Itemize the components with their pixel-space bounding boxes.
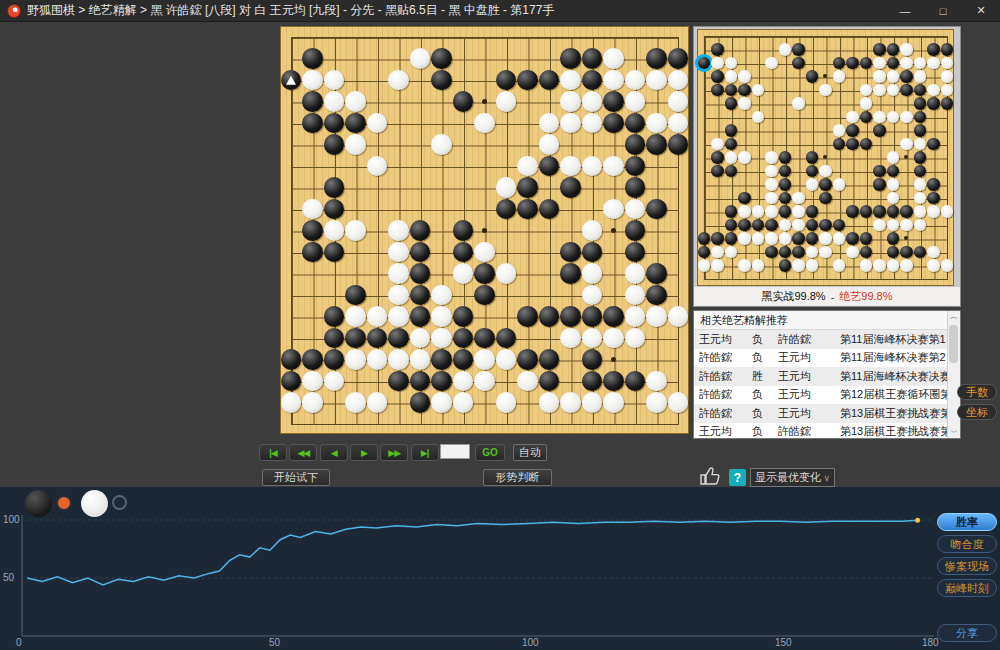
white-stone [752, 232, 765, 245]
black-stone [779, 259, 792, 272]
graph-tab-3[interactable]: 惨案现场 [937, 557, 997, 575]
white-stone [792, 205, 805, 218]
black-stone [625, 220, 646, 241]
white-stone [474, 371, 495, 392]
black-stone [846, 138, 859, 151]
black-stone [453, 91, 474, 112]
white-stone [431, 306, 452, 327]
white-stone [560, 156, 581, 177]
minimize-button[interactable]: — [886, 0, 924, 21]
position-judge-button[interactable]: 形势判断 [483, 469, 552, 486]
black-stone [725, 219, 738, 232]
game-p1: 許皓鋐 [694, 350, 752, 365]
black-stone [453, 328, 474, 349]
black-actual-winrate: 黑实战99.8% [761, 289, 825, 304]
auto-button[interactable]: 自动 [513, 444, 547, 461]
game-res: 负 [752, 350, 778, 365]
white-stone [887, 84, 900, 97]
black-stone [941, 97, 954, 110]
white-stone [860, 259, 873, 272]
black-stone [779, 165, 792, 178]
game-p1: 許皓鋐 [694, 406, 752, 421]
black-stone [806, 70, 819, 83]
game-ev: 第12届棋王赛循环圈第 [840, 387, 960, 402]
white-stone [453, 371, 474, 392]
black-stone [738, 219, 751, 232]
white-stone [698, 259, 711, 272]
black-stone [927, 178, 940, 191]
white-stone [474, 242, 495, 263]
black-stone [302, 113, 323, 134]
black-stone [625, 113, 646, 134]
window-title: 野狐围棋 > 绝艺精解 > 黑 许皓鋐 [八段] 对 白 王元均 [九段] - … [27, 2, 554, 19]
related-game-row[interactable]: 王元均负許皓鋐第13届棋王赛挑战赛第 [694, 423, 960, 440]
white-stone [367, 113, 388, 134]
white-stone [517, 371, 538, 392]
nav-forward-button[interactable]: ▶ [350, 444, 378, 461]
white-stone [927, 246, 940, 259]
black-stone [453, 306, 474, 327]
winrate-separator: - [831, 291, 835, 303]
white-stone [517, 156, 538, 177]
game-ev: 第13届棋王赛挑战赛第 [840, 406, 960, 421]
white-stone [431, 134, 452, 155]
dropdown-label: 显示最优变化 [755, 470, 821, 485]
white-stone [941, 205, 954, 218]
game-p1: 王元均 [694, 424, 752, 439]
help-button[interactable]: ? [729, 469, 746, 486]
black-stone [765, 219, 778, 232]
white-stone [887, 192, 900, 205]
black-stone [873, 178, 886, 191]
white-stone [819, 165, 832, 178]
black-stone [560, 306, 581, 327]
related-game-row[interactable]: 許皓鋐负王元均第11届海峰杯决赛第2 [694, 349, 960, 368]
black-stone [887, 43, 900, 56]
white-stone [725, 57, 738, 70]
analysis-go-board[interactable] [697, 29, 954, 286]
game-ev: 第13届棋王赛挑战赛第 [840, 424, 960, 439]
black-stone [410, 306, 431, 327]
black-stone [582, 306, 603, 327]
black-stone [927, 97, 940, 110]
black-stone [646, 263, 667, 284]
black-stone [410, 242, 431, 263]
y-axis-tick: 100 [3, 514, 20, 525]
white-stone [833, 259, 846, 272]
black-stone [324, 242, 345, 263]
black-stone [388, 371, 409, 392]
black-stone [725, 97, 738, 110]
white-stone [752, 111, 765, 124]
black-stone [806, 232, 819, 245]
black-turn-dot [56, 495, 72, 511]
black-stone [846, 124, 859, 137]
white-stone [646, 371, 667, 392]
black-stone [302, 48, 323, 69]
white-stone [738, 151, 751, 164]
black-stone [603, 91, 624, 112]
black-stone [281, 70, 302, 91]
black-stone [792, 43, 805, 56]
scroll-up-icon[interactable]: ︿ [950, 311, 958, 322]
winrate-graph-panel: 177 - 99.8% 05010015018010050 胜率吻合度惨案现场巅… [0, 487, 1000, 650]
black-stone [860, 232, 873, 245]
game-p1: 許皓鋐 [694, 369, 752, 384]
related-game-row[interactable]: 許皓鋐负王元均第12届棋王赛循环圈第 [694, 386, 960, 405]
white-stone [388, 349, 409, 370]
black-stone [887, 165, 900, 178]
nav-fast-back-button[interactable]: ◀◀ [289, 444, 317, 461]
black-stone [725, 138, 738, 151]
related-games-list: 王元均负許皓鋐第11届海峰杯决赛第1許皓鋐负王元均第11届海峰杯决赛第2許皓鋐胜… [694, 330, 960, 439]
black-stone [431, 349, 452, 370]
related-game-row[interactable]: 許皓鋐负王元均第13届棋王赛挑战赛第 [694, 404, 960, 423]
black-stone [560, 263, 581, 284]
app-window: 野狐围棋 > 绝艺精解 > 黑 许皓鋐 [八段] 对 白 王元均 [九段] - … [0, 0, 1000, 650]
white-stone [914, 219, 927, 232]
white-stone [900, 219, 913, 232]
black-stone [860, 205, 873, 218]
white-stone [496, 177, 517, 198]
nav-fast-forward-button[interactable]: ▶▶ [380, 444, 408, 461]
black-stone [324, 349, 345, 370]
white-stone [887, 178, 900, 191]
scroll-down-icon[interactable]: ﹀ [950, 427, 958, 438]
black-stone [324, 134, 345, 155]
black-stone [914, 246, 927, 259]
white-stone [819, 232, 832, 245]
black-stone [846, 57, 859, 70]
white-stone [738, 70, 751, 83]
black-stone [410, 220, 431, 241]
game-res: 负 [752, 332, 778, 347]
black-stone [725, 124, 738, 137]
black-stone [887, 57, 900, 70]
white-stone [738, 232, 751, 245]
black-stone [539, 306, 560, 327]
black-stone [860, 111, 873, 124]
game-p2: 許皓鋐 [778, 332, 840, 347]
go-button[interactable]: GO [475, 444, 505, 461]
maximize-button[interactable]: □ [924, 0, 962, 21]
white-stone [388, 220, 409, 241]
black-stone [560, 48, 581, 69]
black-stone [625, 134, 646, 155]
black-stone [779, 178, 792, 191]
black-stone [860, 138, 873, 151]
white-stone [887, 151, 900, 164]
black-stone [517, 199, 538, 220]
white-stone [646, 113, 667, 134]
black-stone [698, 232, 711, 245]
white-stone [388, 70, 409, 91]
white-stone [410, 328, 431, 349]
white-stone [873, 259, 886, 272]
white-stone [914, 138, 927, 151]
white-stone [496, 263, 517, 284]
fox-logo-icon [7, 4, 21, 18]
white-stone [625, 263, 646, 284]
black-stone [792, 232, 805, 245]
white-stone [792, 219, 805, 232]
black-stone [668, 134, 689, 155]
game-res: 负 [752, 424, 778, 439]
white-stone [819, 246, 832, 259]
x-axis-tick: 0 [16, 637, 22, 648]
black-stone [646, 199, 667, 220]
black-stone [806, 219, 819, 232]
black-stone [496, 199, 517, 220]
white-stone [873, 219, 886, 232]
black-stone [582, 242, 603, 263]
white-stone [711, 138, 724, 151]
black-stone [582, 70, 603, 91]
white-stone [725, 70, 738, 83]
black-stone [539, 371, 560, 392]
black-stone [792, 246, 805, 259]
white-stone [388, 285, 409, 306]
black-stone [765, 246, 778, 259]
white-stone [833, 232, 846, 245]
white-stone [302, 70, 323, 91]
white-stone [900, 138, 913, 151]
close-button[interactable]: ✕ [962, 0, 1000, 21]
white-stone [324, 371, 345, 392]
white-stone [806, 246, 819, 259]
white-turn-dot [112, 495, 127, 510]
star-point [611, 228, 616, 233]
black-stone [887, 246, 900, 259]
white-stone [453, 392, 474, 413]
white-stone [887, 70, 900, 83]
graph-tab-1[interactable]: 胜率 [937, 513, 997, 531]
black-stone [779, 192, 792, 205]
black-stone [646, 48, 667, 69]
black-stone [517, 177, 538, 198]
black-stone [846, 232, 859, 245]
black-stone [625, 371, 646, 392]
white-stone [792, 259, 805, 272]
white-stone [941, 84, 954, 97]
white-stone [582, 220, 603, 241]
black-stone [496, 328, 517, 349]
nav-to-end-button[interactable]: ▶| [411, 444, 439, 461]
star-point [482, 99, 487, 104]
white-stone [345, 91, 366, 112]
black-stone [887, 232, 900, 245]
white-stone [668, 306, 689, 327]
game-res: 胜 [752, 369, 778, 384]
white-stone [887, 219, 900, 232]
graph-tab-4[interactable]: 巅峰时刻 [937, 579, 997, 597]
white-stone [324, 220, 345, 241]
white-stone [860, 97, 873, 110]
white-stone [367, 156, 388, 177]
white-stone [819, 84, 832, 97]
main-go-board[interactable] [280, 26, 689, 434]
related-games-panel: 相关绝艺精解推荐 王元均负許皓鋐第11届海峰杯决赛第1許皓鋐负王元均第11届海峰… [693, 310, 961, 439]
black-stone [539, 70, 560, 91]
black-stone [517, 70, 538, 91]
black-stone [941, 43, 954, 56]
best-variation-dropdown[interactable]: 显示最优变化 ∨ [750, 468, 835, 487]
white-stone [345, 220, 366, 241]
white-stone [582, 91, 603, 112]
y-axis-tick: 50 [3, 572, 14, 583]
black-stone [410, 392, 431, 413]
white-stone [345, 349, 366, 370]
white-stone [539, 113, 560, 134]
black-stone [453, 242, 474, 263]
white-stone [539, 392, 560, 413]
black-stone [873, 124, 886, 137]
white-stone [560, 91, 581, 112]
black-stone [846, 205, 859, 218]
white-stone [625, 285, 646, 306]
black-stone [388, 328, 409, 349]
white-stone [410, 349, 431, 370]
black-stone [603, 113, 624, 134]
black-stone [539, 199, 560, 220]
game-p2: 王元均 [778, 406, 840, 421]
chevron-down-icon: ∨ [823, 473, 830, 483]
black-stone [806, 151, 819, 164]
black-stone-indicator [25, 490, 52, 517]
start-trial-button[interactable]: 开始试下 [262, 469, 330, 486]
black-stone [324, 306, 345, 327]
black-stone [410, 263, 431, 284]
white-stone [900, 259, 913, 272]
white-stone [668, 113, 689, 134]
white-stone [873, 70, 886, 83]
black-stone [560, 242, 581, 263]
game-ev: 第11届海峰杯决赛决赛 [840, 369, 960, 384]
white-stone [603, 156, 624, 177]
black-stone [914, 124, 927, 137]
black-stone [711, 84, 724, 97]
white-stone [582, 156, 603, 177]
game-res: 负 [752, 406, 778, 421]
white-stone [725, 151, 738, 164]
white-stone [410, 48, 431, 69]
black-stone [725, 84, 738, 97]
white-stone [900, 57, 913, 70]
black-stone [914, 111, 927, 124]
scrollbar-thumb[interactable] [949, 325, 958, 363]
white-stone [560, 392, 581, 413]
move-numbers-toggle[interactable]: 手数 [957, 384, 997, 400]
white-stone [646, 306, 667, 327]
white-stone [302, 371, 323, 392]
black-stone [873, 165, 886, 178]
related-game-row[interactable]: 王元均负許皓鋐第11届海峰杯决赛第1 [694, 330, 960, 349]
game-ev: 第11届海峰杯决赛第1 [840, 332, 960, 347]
black-stone [582, 48, 603, 69]
black-stone [367, 328, 388, 349]
black-stone [833, 57, 846, 70]
white-stone [792, 97, 805, 110]
move-number-input[interactable] [440, 444, 470, 459]
white-stone [765, 178, 778, 191]
title-bar: 野狐围棋 > 绝艺精解 > 黑 许皓鋐 [八段] 对 白 王元均 [九段] - … [0, 0, 1000, 22]
white-stone [738, 97, 751, 110]
black-stone [819, 219, 832, 232]
white-stone [388, 263, 409, 284]
black-stone [927, 43, 940, 56]
coordinates-toggle[interactable]: 坐标 [957, 404, 997, 420]
white-stone [927, 259, 940, 272]
black-stone [517, 349, 538, 370]
x-axis-tick: 50 [269, 637, 280, 648]
black-stone [281, 371, 302, 392]
nav-back-button[interactable]: ◀ [320, 444, 348, 461]
white-stone [345, 134, 366, 155]
black-stone [711, 165, 724, 178]
white-stone [668, 392, 689, 413]
white-stone [345, 306, 366, 327]
star-point [482, 228, 487, 233]
black-stone [474, 285, 495, 306]
related-game-row[interactable]: 許皓鋐胜王元均第11届海峰杯决赛决赛 [694, 367, 960, 386]
white-stone [792, 192, 805, 205]
black-stone [927, 138, 940, 151]
black-stone [900, 70, 913, 83]
white-stone [711, 246, 724, 259]
white-stone [846, 246, 859, 259]
white-stone [941, 259, 954, 272]
black-stone [914, 151, 927, 164]
black-stone [914, 165, 927, 178]
white-stone [625, 328, 646, 349]
black-stone [711, 151, 724, 164]
black-stone [698, 246, 711, 259]
graph-tab-2[interactable]: 吻合度 [937, 535, 997, 553]
nav-to-start-button[interactable]: |◀ [259, 444, 287, 461]
black-stone [873, 43, 886, 56]
white-stone [927, 84, 940, 97]
white-stone [887, 259, 900, 272]
game-res: 负 [752, 387, 778, 402]
white-stone [765, 192, 778, 205]
white-stone [474, 113, 495, 134]
white-stone [779, 232, 792, 245]
black-stone [833, 219, 846, 232]
black-stone [927, 192, 940, 205]
black-stone [725, 232, 738, 245]
game-p1: 許皓鋐 [694, 387, 752, 402]
black-stone [646, 134, 667, 155]
black-stone [539, 156, 560, 177]
white-stone [833, 70, 846, 83]
graph-tab-5[interactable]: 分享 [937, 624, 997, 642]
black-stone [431, 70, 452, 91]
black-stone [345, 328, 366, 349]
white-stone [560, 113, 581, 134]
white-stone [603, 70, 624, 91]
black-stone [539, 349, 560, 370]
black-stone [779, 205, 792, 218]
white-stone [752, 259, 765, 272]
game-p1: 王元均 [694, 332, 752, 347]
black-stone [738, 84, 751, 97]
white-stone [765, 151, 778, 164]
white-stone [560, 70, 581, 91]
white-stone [431, 328, 452, 349]
white-stone [474, 349, 495, 370]
white-stone [927, 205, 940, 218]
white-stone [914, 178, 927, 191]
